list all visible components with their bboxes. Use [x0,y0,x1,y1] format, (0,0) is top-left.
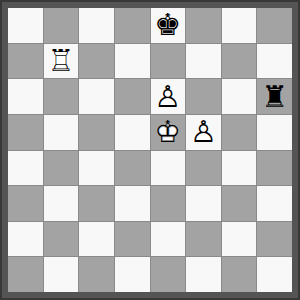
square-b7[interactable]: ♜♖ [44,44,79,79]
square-a6[interactable] [8,79,43,114]
square-d6[interactable] [115,79,150,114]
square-f3[interactable] [186,186,221,221]
square-c4[interactable] [79,151,114,186]
square-c5[interactable] [79,115,114,150]
white-rook-icon: ♖ [44,44,79,79]
square-a2[interactable] [8,222,43,257]
piece-white-pawn-e6: ♟♙ [151,79,186,114]
square-c3[interactable] [79,186,114,221]
square-d3[interactable] [115,186,150,221]
square-d5[interactable] [115,115,150,150]
square-f4[interactable] [186,151,221,186]
square-f7[interactable] [186,44,221,79]
square-b2[interactable] [44,222,79,257]
square-h2[interactable] [257,222,292,257]
square-a8[interactable] [8,8,43,43]
square-h8[interactable] [257,8,292,43]
white-king-icon: ♔ [151,115,186,150]
square-g2[interactable] [222,222,257,257]
square-b6[interactable] [44,79,79,114]
white-pawn-icon: ♙ [151,79,186,114]
square-g6[interactable] [222,79,257,114]
white-rook-fill-glyph: ♜ [44,44,79,79]
square-g5[interactable] [222,115,257,150]
square-f1[interactable] [186,257,221,292]
square-e7[interactable] [151,44,186,79]
square-e3[interactable] [151,186,186,221]
square-c6[interactable] [79,79,114,114]
square-b1[interactable] [44,257,79,292]
white-pawn-icon: ♙ [186,115,221,150]
square-d2[interactable] [115,222,150,257]
square-g1[interactable] [222,257,257,292]
square-g7[interactable] [222,44,257,79]
piece-black-rook-h6: ♜ [257,79,292,114]
square-d1[interactable] [115,257,150,292]
piece-white-rook-b7: ♜♖ [44,44,79,79]
square-a5[interactable] [8,115,43,150]
square-a7[interactable] [8,44,43,79]
square-c7[interactable] [79,44,114,79]
square-d8[interactable] [115,8,150,43]
square-c8[interactable] [79,8,114,43]
square-b5[interactable] [44,115,79,150]
piece-white-king-e5: ♚♔ [151,115,186,150]
square-f8[interactable] [186,8,221,43]
square-c1[interactable] [79,257,114,292]
white-king-fill-glyph: ♚ [151,115,186,150]
square-f2[interactable] [186,222,221,257]
square-f6[interactable] [186,79,221,114]
square-d4[interactable] [115,151,150,186]
white-pawn-fill-glyph: ♟ [186,115,221,150]
square-d7[interactable] [115,44,150,79]
square-a3[interactable] [8,186,43,221]
square-c2[interactable] [79,222,114,257]
square-e4[interactable] [151,151,186,186]
square-b3[interactable] [44,186,79,221]
square-g4[interactable] [222,151,257,186]
chess-board: ♚♜♖♟♙♜♚♔♟♙ [8,8,292,292]
black-rook-icon: ♜ [257,79,292,114]
square-a4[interactable] [8,151,43,186]
square-h5[interactable] [257,115,292,150]
square-a1[interactable] [8,257,43,292]
square-h6[interactable]: ♜ [257,79,292,114]
square-e8[interactable]: ♚ [151,8,186,43]
square-e1[interactable] [151,257,186,292]
square-h3[interactable] [257,186,292,221]
square-e5[interactable]: ♚♔ [151,115,186,150]
board-frame: ♚♜♖♟♙♜♚♔♟♙ [0,0,300,300]
black-king-icon: ♚ [151,8,186,43]
white-pawn-fill-glyph: ♟ [151,79,186,114]
square-b4[interactable] [44,151,79,186]
square-h4[interactable] [257,151,292,186]
piece-white-pawn-f5: ♟♙ [186,115,221,150]
square-g8[interactable] [222,8,257,43]
piece-black-king-e8: ♚ [151,8,186,43]
square-e6[interactable]: ♟♙ [151,79,186,114]
square-b8[interactable] [44,8,79,43]
square-h1[interactable] [257,257,292,292]
square-h7[interactable] [257,44,292,79]
square-f5[interactable]: ♟♙ [186,115,221,150]
square-g3[interactable] [222,186,257,221]
square-e2[interactable] [151,222,186,257]
